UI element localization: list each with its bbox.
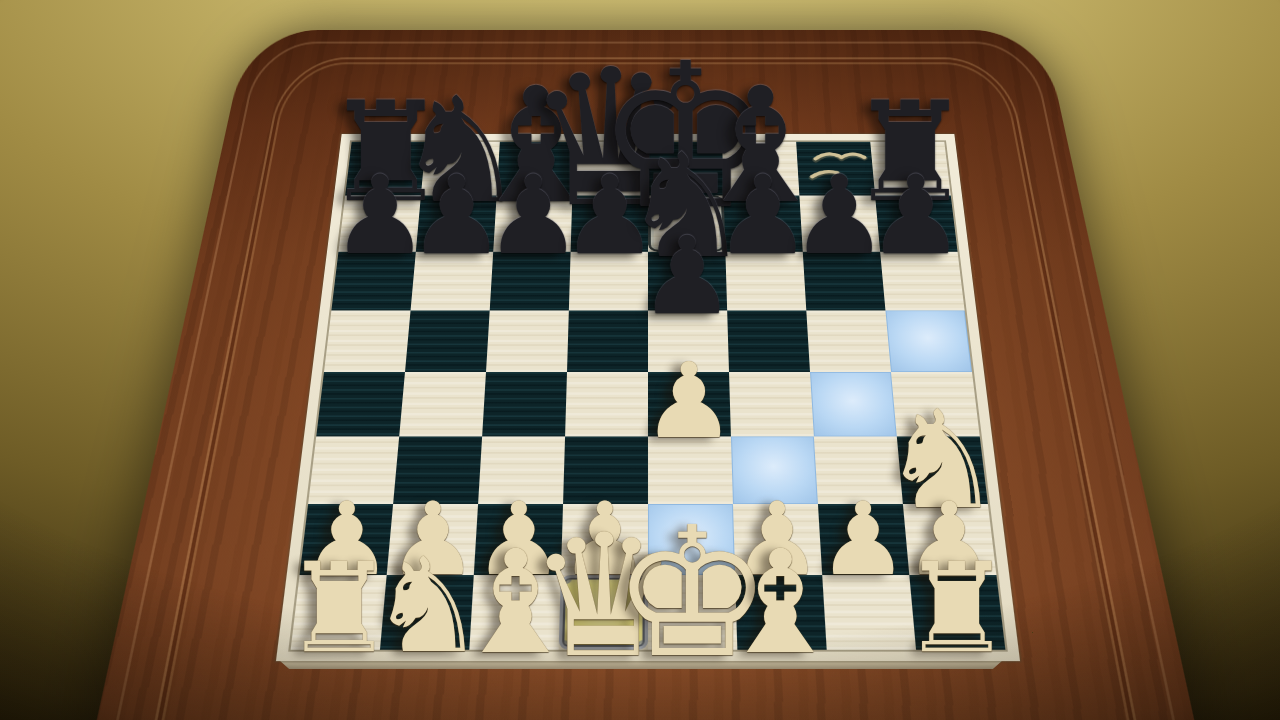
square-g5[interactable]	[806, 310, 891, 372]
piece-black-pawn-h7[interactable]: ♟	[834, 162, 997, 271]
square-a4[interactable]	[316, 372, 405, 436]
square-a5[interactable]	[324, 310, 411, 372]
piece-white-pawn-e4[interactable]: ♟	[611, 349, 767, 453]
game-scene: ♜♞♝♛♚♝♜♟♟♟♟♞♟♟♟♟♟♞♟♟♟♟♟♟♟♜♞♝♛♚♝♜	[0, 0, 1280, 720]
square-c4[interactable]	[482, 372, 567, 436]
square-h5[interactable]	[885, 310, 972, 372]
piece-black-pawn-e6[interactable]: ♟	[607, 222, 768, 329]
square-b5[interactable]	[405, 310, 490, 372]
square-b4[interactable]	[399, 372, 486, 436]
piece-white-rook-h1[interactable]: ♜	[864, 547, 1049, 671]
piece-white-bishop-f1[interactable]: ♝	[673, 532, 887, 675]
square-c5[interactable]	[486, 310, 569, 372]
